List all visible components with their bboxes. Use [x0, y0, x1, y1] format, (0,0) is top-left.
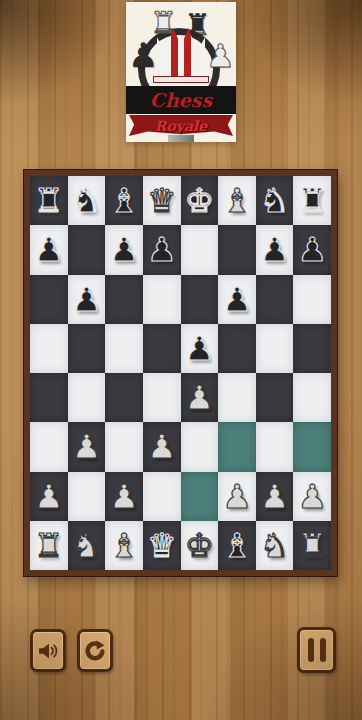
logo-title-line1: Chess [150, 89, 212, 111]
piece-black-pawn-g7[interactable]: ♟ [260, 233, 290, 266]
square-g1[interactable]: ♞ [256, 521, 294, 570]
logo-title-line2: Royale [155, 118, 207, 134]
square-a3[interactable] [30, 422, 68, 471]
square-b7[interactable] [68, 225, 106, 274]
square-f3[interactable] [218, 422, 256, 471]
logo-title-band: Chess [126, 86, 236, 114]
restart-icon [83, 639, 107, 663]
square-h6[interactable] [293, 275, 331, 324]
square-a1[interactable]: ♜ [30, 521, 68, 570]
app-logo: ♟ ♟ ♜ ♜ Chess Royale [126, 2, 236, 142]
square-h1[interactable]: ♜ [293, 521, 331, 570]
piece-black-knight-g8[interactable]: ♞ [260, 184, 290, 217]
square-g5[interactable] [256, 324, 294, 373]
chess-board-frame: ♜♞♝♛♚♝♞♜♟♟♟♟♟♟♟♟♟♟♟♟♟♟♟♟♜♞♝♛♚♝♞♜ [24, 170, 337, 576]
square-d4[interactable] [143, 373, 181, 422]
square-c3[interactable] [105, 422, 143, 471]
square-g8[interactable]: ♞ [256, 176, 294, 225]
square-g6[interactable] [256, 275, 294, 324]
pause-icon [308, 638, 326, 662]
piece-white-pawn-e4[interactable]: ♟ [185, 381, 215, 414]
app-screen: ♟ ♟ ♜ ♜ Chess Royale ♜♞♝♛♚♝♞♜♟♟♟♟♟♟♟♟♟♟♟… [0, 0, 362, 720]
square-c5[interactable] [105, 324, 143, 373]
logo-crown-base [153, 76, 209, 83]
piece-black-bishop-c8[interactable]: ♝ [109, 184, 139, 217]
piece-black-pawn-b6[interactable]: ♟ [72, 283, 102, 316]
square-e1[interactable]: ♚ [181, 521, 219, 570]
square-e7[interactable] [181, 225, 219, 274]
square-a7[interactable]: ♟ [30, 225, 68, 274]
piece-black-pawn-f6[interactable]: ♟ [222, 283, 252, 316]
piece-black-king-e8[interactable]: ♚ [185, 184, 215, 217]
logo-black-pawn-icon: ♟ [128, 38, 158, 72]
square-g2[interactable]: ♟ [256, 472, 294, 521]
square-d3[interactable]: ♟ [143, 422, 181, 471]
square-b2[interactable] [68, 472, 106, 521]
square-a5[interactable] [30, 324, 68, 373]
square-g7[interactable]: ♟ [256, 225, 294, 274]
restart-button[interactable] [77, 629, 113, 672]
square-b1[interactable]: ♞ [68, 521, 106, 570]
piece-white-rook-a1[interactable]: ♜ [34, 529, 64, 562]
square-f5[interactable] [218, 324, 256, 373]
piece-white-knight-b1[interactable]: ♞ [72, 529, 102, 562]
square-f8[interactable]: ♝ [218, 176, 256, 225]
square-f1[interactable]: ♝ [218, 521, 256, 570]
square-e8[interactable]: ♚ [181, 176, 219, 225]
square-f2[interactable]: ♟ [218, 472, 256, 521]
piece-white-knight-g1[interactable]: ♞ [260, 529, 290, 562]
square-a6[interactable] [30, 275, 68, 324]
piece-white-rook-h1[interactable]: ♜ [297, 529, 327, 562]
square-g4[interactable] [256, 373, 294, 422]
square-h5[interactable] [293, 324, 331, 373]
piece-black-pawn-e5[interactable]: ♟ [185, 332, 215, 365]
square-e4[interactable]: ♟ [181, 373, 219, 422]
piece-black-pawn-h7[interactable]: ♟ [297, 233, 327, 266]
square-g3[interactable] [256, 422, 294, 471]
speaker-icon [36, 639, 60, 663]
piece-black-pawn-a7[interactable]: ♟ [34, 233, 64, 266]
pause-button[interactable] [297, 627, 336, 673]
logo-piece-base [168, 135, 194, 142]
piece-white-pawn-c2[interactable]: ♟ [109, 480, 139, 513]
square-h3[interactable] [293, 422, 331, 471]
square-h2[interactable]: ♟ [293, 472, 331, 521]
logo-ribbon: Royale [129, 115, 233, 136]
piece-white-pawn-a2[interactable]: ♟ [34, 480, 64, 513]
piece-white-queen-d8[interactable]: ♛ [147, 184, 177, 217]
piece-black-pawn-c7[interactable]: ♟ [109, 233, 139, 266]
square-e2[interactable] [181, 472, 219, 521]
square-e3[interactable] [181, 422, 219, 471]
square-c4[interactable] [105, 373, 143, 422]
square-f6[interactable]: ♟ [218, 275, 256, 324]
square-h4[interactable] [293, 373, 331, 422]
sound-button[interactable] [30, 629, 66, 672]
square-d6[interactable] [143, 275, 181, 324]
piece-black-pawn-d7[interactable]: ♟ [147, 233, 177, 266]
square-c6[interactable] [105, 275, 143, 324]
piece-black-rook-a8[interactable]: ♜ [34, 184, 64, 217]
square-c8[interactable]: ♝ [105, 176, 143, 225]
piece-black-knight-b8[interactable]: ♞ [72, 184, 102, 217]
piece-black-bishop-f1[interactable]: ♝ [222, 529, 252, 562]
piece-black-rook-h8[interactable]: ♜ [297, 184, 327, 217]
piece-white-pawn-h2[interactable]: ♟ [297, 480, 327, 513]
square-d1[interactable]: ♛ [143, 521, 181, 570]
chess-board[interactable]: ♜♞♝♛♚♝♞♜♟♟♟♟♟♟♟♟♟♟♟♟♟♟♟♟♜♞♝♛♚♝♞♜ [30, 176, 331, 570]
square-c7[interactable]: ♟ [105, 225, 143, 274]
square-b4[interactable] [68, 373, 106, 422]
square-a2[interactable]: ♟ [30, 472, 68, 521]
square-h7[interactable]: ♟ [293, 225, 331, 274]
square-d7[interactable]: ♟ [143, 225, 181, 274]
square-e5[interactable]: ♟ [181, 324, 219, 373]
square-d2[interactable] [143, 472, 181, 521]
piece-white-bishop-c1[interactable]: ♝ [109, 529, 139, 562]
piece-white-bishop-f8[interactable]: ♝ [222, 184, 252, 217]
square-a4[interactable] [30, 373, 68, 422]
logo-white-pawn-icon: ♟ [206, 40, 235, 72]
square-b3[interactable]: ♟ [68, 422, 106, 471]
square-d5[interactable] [143, 324, 181, 373]
piece-black-queen-d1[interactable]: ♛ [147, 529, 177, 562]
square-c1[interactable]: ♝ [105, 521, 143, 570]
piece-white-pawn-d3[interactable]: ♟ [147, 430, 177, 463]
square-b5[interactable] [68, 324, 106, 373]
piece-white-pawn-g2[interactable]: ♟ [260, 480, 290, 513]
square-b6[interactable]: ♟ [68, 275, 106, 324]
square-c2[interactable]: ♟ [105, 472, 143, 521]
piece-white-pawn-f2[interactable]: ♟ [222, 480, 252, 513]
square-f4[interactable] [218, 373, 256, 422]
square-f7[interactable] [218, 225, 256, 274]
square-e6[interactable] [181, 275, 219, 324]
piece-white-king-e1[interactable]: ♚ [185, 529, 215, 562]
square-a8[interactable]: ♜ [30, 176, 68, 225]
square-d8[interactable]: ♛ [143, 176, 181, 225]
piece-white-pawn-b3[interactable]: ♟ [72, 430, 102, 463]
square-h8[interactable]: ♜ [293, 176, 331, 225]
square-b8[interactable]: ♞ [68, 176, 106, 225]
